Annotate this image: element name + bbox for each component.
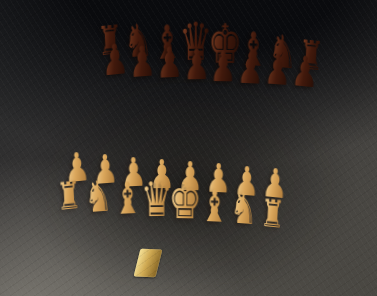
- piece-black-pawn-e7[interactable]: ♟: [210, 46, 237, 88]
- piece-white-knight-b1[interactable]: ♞: [83, 174, 112, 219]
- piece-black-pawn-a7[interactable]: ♟: [100, 38, 129, 83]
- piece-black-pawn-h7[interactable]: ♟: [290, 50, 319, 95]
- piece-black-pawn-g7[interactable]: ♟: [263, 49, 292, 93]
- piece-black-pawn-f7[interactable]: ♟: [237, 47, 265, 90]
- piece-white-bishop-f1[interactable]: ♝: [200, 184, 229, 229]
- piece-white-knight-g1[interactable]: ♞: [229, 187, 258, 232]
- piece-white-bishop-c1[interactable]: ♝: [113, 176, 142, 221]
- scene: ♜♞♝♛♚♝♞♜♟♟♟♟♟♟♟♟♟♟♟♟♟♟♟♟♜♞♝♛♚♝♞♜: [0, 0, 377, 296]
- piece-black-pawn-d7[interactable]: ♟: [183, 44, 210, 86]
- piece-black-pawn-c7[interactable]: ♟: [155, 42, 183, 85]
- piece-white-rook-h1[interactable]: ♜: [260, 194, 286, 234]
- piece-white-king-e1[interactable]: ♚: [169, 174, 203, 226]
- piece-black-pawn-b7[interactable]: ♟: [128, 40, 157, 84]
- piece-white-rook-a1[interactable]: ♜: [56, 176, 82, 216]
